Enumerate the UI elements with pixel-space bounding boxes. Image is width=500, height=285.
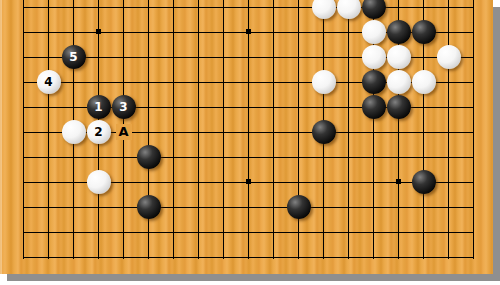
stone-white-N14 bbox=[312, 70, 336, 94]
goban[interactable]: 54132A bbox=[0, 0, 493, 274]
stone-black-Q13 bbox=[387, 95, 411, 119]
stone-black-E13: 3 bbox=[112, 95, 136, 119]
stone-black-D13: 1 bbox=[87, 95, 111, 119]
stone-black-P13 bbox=[362, 95, 386, 119]
move-number-label: 5 bbox=[69, 50, 77, 62]
stone-black-Q16 bbox=[387, 20, 411, 44]
move-number-label: 2 bbox=[94, 125, 102, 137]
stone-black-P14 bbox=[362, 70, 386, 94]
stone-white-S15 bbox=[437, 45, 461, 69]
stone-white-Q15 bbox=[387, 45, 411, 69]
stone-black-F9 bbox=[137, 195, 161, 219]
move-number-label: 4 bbox=[44, 75, 52, 87]
star-point bbox=[96, 29, 101, 34]
stone-white-R14 bbox=[412, 70, 436, 94]
stones-grid: 54132A bbox=[11, 0, 486, 269]
stone-white-P16 bbox=[362, 20, 386, 44]
stone-white-O17 bbox=[337, 0, 361, 19]
go-diagram: 54132A bbox=[0, 0, 500, 285]
stone-white-B14: 4 bbox=[37, 70, 61, 94]
stone-white-P15 bbox=[362, 45, 386, 69]
star-point bbox=[396, 179, 401, 184]
stone-white-D12: 2 bbox=[87, 120, 111, 144]
stone-black-M9 bbox=[287, 195, 311, 219]
stone-black-R10 bbox=[412, 170, 436, 194]
stone-white-N17 bbox=[312, 0, 336, 19]
stone-white-C12 bbox=[62, 120, 86, 144]
stone-white-D10 bbox=[87, 170, 111, 194]
stone-black-N12 bbox=[312, 120, 336, 144]
point-label-A: A bbox=[116, 124, 132, 140]
star-point bbox=[246, 179, 251, 184]
stone-black-R16 bbox=[412, 20, 436, 44]
stone-black-F11 bbox=[137, 145, 161, 169]
move-number-label: 1 bbox=[94, 100, 102, 112]
stone-black-P17 bbox=[362, 0, 386, 19]
stone-white-Q14 bbox=[387, 70, 411, 94]
move-number-label: 3 bbox=[119, 100, 127, 112]
stone-black-C15: 5 bbox=[62, 45, 86, 69]
star-point bbox=[246, 29, 251, 34]
